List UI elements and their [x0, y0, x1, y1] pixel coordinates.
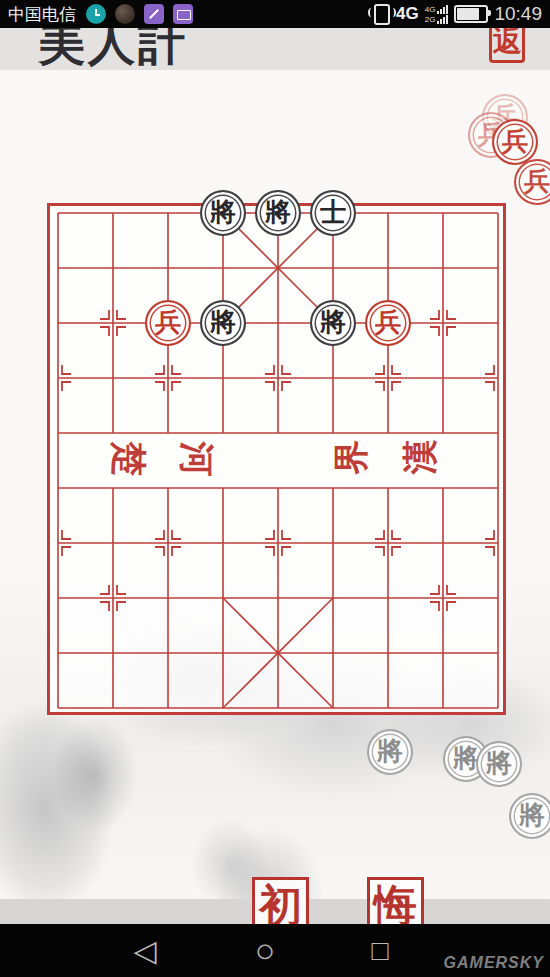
board-piece[interactable]: 將 [200, 190, 246, 236]
board-piece[interactable]: 兵 [145, 300, 191, 346]
signal-bars-icon [437, 5, 448, 14]
dual-sim-signal: 4G 2G [425, 5, 449, 24]
signal-bars-icon [437, 15, 448, 24]
status-bar: 中国电信 4G 4G 2G 10:49 [0, 0, 550, 28]
android-nav-bar: ◁ ○ □ GAMERSKY [0, 924, 550, 977]
home-circle-icon[interactable]: ○ [235, 924, 295, 977]
board-piece[interactable]: 將 [255, 190, 301, 236]
carrier-label: 中国电信 [8, 3, 76, 26]
board-piece[interactable]: 兵 [365, 300, 411, 346]
board-piece[interactable]: 將 [200, 300, 246, 346]
xiangqi-board[interactable]: 將將士兵將將兵 [31, 186, 526, 736]
clock-time: 10:49 [494, 3, 542, 25]
recents-square-icon[interactable]: □ [350, 924, 410, 977]
keyboard-icon [173, 4, 193, 24]
battery-icon [454, 5, 488, 23]
board-piece[interactable]: 將 [310, 300, 356, 346]
watermark: GAMERSKY [444, 954, 544, 972]
network-badge: 4G [396, 4, 419, 24]
tray-piece[interactable]: 兵 [492, 119, 538, 165]
back-triangle-icon[interactable]: ◁ [115, 924, 175, 977]
notes-icon [144, 4, 164, 24]
clock-icon [86, 4, 106, 24]
tray-piece[interactable]: 將 [367, 729, 413, 775]
tray-piece[interactable]: 將 [509, 793, 550, 839]
avatar-icon [115, 4, 135, 24]
tray-piece[interactable]: 將 [476, 741, 522, 787]
title-bar: 美人計 返 [0, 28, 550, 70]
vibrate-icon [374, 4, 390, 25]
board-piece[interactable]: 士 [310, 190, 356, 236]
